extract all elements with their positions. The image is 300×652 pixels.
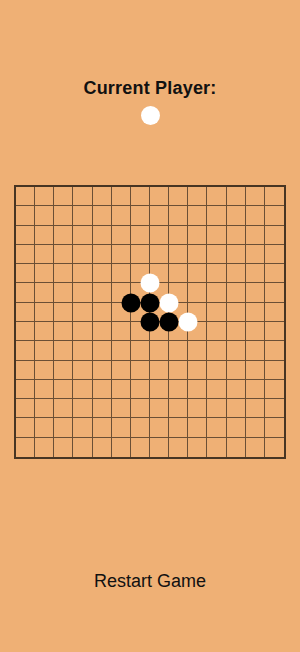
- black-stone: [160, 313, 179, 332]
- stones-layer: [16, 187, 284, 457]
- restart-button[interactable]: Restart Game: [94, 571, 206, 592]
- white-stone: [160, 293, 179, 312]
- current-player-label: Current Player:: [83, 78, 216, 99]
- gomoku-screen: Current Player: Restart Game: [0, 0, 300, 652]
- black-stone: [121, 293, 140, 312]
- black-stone: [141, 293, 160, 312]
- white-stone: [179, 313, 198, 332]
- app-background: { "game": "gomoku", "header": { "current…: [0, 0, 300, 652]
- black-stone: [141, 313, 160, 332]
- current-player-stone: [141, 106, 160, 125]
- game-board[interactable]: [14, 185, 286, 459]
- white-stone: [141, 274, 160, 293]
